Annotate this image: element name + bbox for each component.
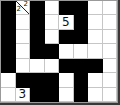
white-cell[interactable] [103,30,118,44]
black-cell [1,1,16,15]
black-cell [74,15,89,29]
black-cell [30,30,45,44]
white-cell[interactable] [16,15,31,29]
white-cell[interactable] [103,59,118,73]
white-cell[interactable] [88,73,103,87]
white-cell[interactable] [103,73,118,87]
white-cell[interactable] [45,59,60,73]
black-cell [1,15,16,29]
kakuro-clue-cell: 22 [16,1,31,15]
white-cell[interactable] [1,88,16,102]
white-cell[interactable] [59,88,74,102]
clue-across-value: 2 [24,1,28,8]
digit-cell[interactable]: 3 [16,88,31,102]
white-cell[interactable] [88,15,103,29]
black-cell [1,30,16,44]
cell-digit: 5 [62,16,70,28]
black-cell [59,1,74,15]
black-cell [74,1,89,15]
black-cell [74,88,89,102]
white-cell[interactable] [45,15,60,29]
black-cell [74,59,89,73]
white-cell[interactable] [1,73,16,87]
white-cell[interactable] [74,44,89,58]
black-cell [59,30,74,44]
kakuro-board: 2253 [0,0,118,103]
white-cell[interactable] [103,44,118,58]
white-cell[interactable] [88,30,103,44]
black-cell [45,44,60,58]
black-cell [30,44,45,58]
white-cell[interactable] [30,59,45,73]
white-cell[interactable] [88,1,103,15]
white-cell[interactable] [16,30,31,44]
white-cell[interactable] [45,1,60,15]
white-cell[interactable] [16,59,31,73]
black-cell [30,1,45,15]
white-cell[interactable] [16,44,31,58]
digit-cell[interactable]: 5 [59,15,74,29]
white-cell[interactable] [103,15,118,29]
black-cell [88,59,103,73]
black-cell [74,73,89,87]
clue-down-value: 2 [17,6,21,13]
black-cell [1,44,16,58]
white-cell[interactable] [103,88,118,102]
black-cell [30,88,45,102]
black-cell [74,30,89,44]
black-cell [16,73,31,87]
black-cell [45,88,60,102]
black-cell [30,15,45,29]
white-cell[interactable] [103,1,118,15]
puzzle-frame: 2253 [0,0,120,105]
black-cell [30,73,45,87]
white-cell[interactable] [88,88,103,102]
white-cell[interactable] [59,44,74,58]
white-cell[interactable] [59,73,74,87]
cell-digit: 3 [18,88,26,100]
black-cell [1,59,16,73]
black-cell [59,59,74,73]
white-cell[interactable] [45,30,60,44]
white-cell[interactable] [88,44,103,58]
black-cell [45,73,60,87]
